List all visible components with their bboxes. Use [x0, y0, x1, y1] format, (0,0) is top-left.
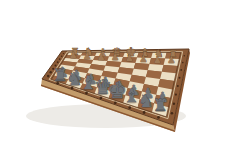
white-rook: ♜ [52, 65, 67, 85]
brass-pin [63, 53, 64, 54]
brass-pin [179, 77, 181, 79]
brass-pin [171, 112, 174, 115]
black-pawn: ♟ [83, 50, 91, 61]
brass-pin [157, 116, 160, 119]
white-knight: ♞ [138, 90, 154, 111]
black-pawn: ♟ [111, 51, 119, 62]
brass-pin [47, 75, 50, 78]
black-pawn: ♟ [167, 54, 175, 65]
black-pawn: ♟ [125, 52, 133, 63]
product-photo: ♜♞♝♛♚♝♞♜♟♟♟♟♟♟♟♟♟♟♟♟♟♟♟♟♜♞♝♛♚♝♞♜ [0, 0, 240, 150]
black-pawn: ♟ [69, 49, 77, 60]
brass-pin [180, 69, 182, 71]
brass-pin [177, 85, 179, 87]
brass-pin [175, 93, 177, 95]
board-square [162, 65, 178, 73]
brass-pin [61, 56, 63, 58]
black-pawn: ♟ [139, 53, 147, 64]
brass-pin [173, 103, 175, 105]
brass-pin [128, 106, 131, 109]
white-rook: ♜ [153, 95, 168, 115]
chess-set-photo: ♜♞♝♛♚♝♞♜♟♟♟♟♟♟♟♟♟♟♟♟♟♟♟♟♜♞♝♛♚♝♞♜ [0, 0, 240, 150]
brass-pin [182, 62, 184, 64]
brass-pin [184, 55, 185, 56]
black-pawn: ♟ [153, 54, 161, 65]
brass-pin [59, 58, 61, 60]
black-pawn: ♟ [97, 51, 105, 62]
brass-pin [143, 111, 146, 114]
